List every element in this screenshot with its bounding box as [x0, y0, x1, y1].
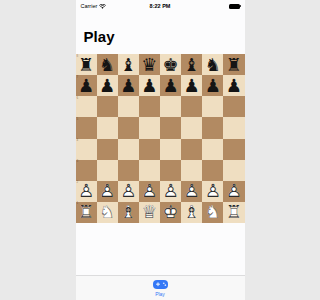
square-f1[interactable]: ♗	[181, 202, 202, 223]
piece-black-knight[interactable]: ♞	[99, 56, 115, 74]
piece-black-pawn[interactable]: ♟	[162, 77, 178, 95]
square-g2[interactable]: ♙	[202, 181, 223, 202]
square-d4[interactable]	[139, 139, 160, 160]
square-h2[interactable]: ♙	[223, 181, 244, 202]
square-e7[interactable]: ♟	[160, 75, 181, 96]
piece-black-pawn[interactable]: ♟	[120, 77, 136, 95]
app-screen: Carrier 8:22 PM Play 8♜♞♝♛♚♝♞♜7♟♟♟♟♟♟♟♟6…	[76, 0, 245, 300]
square-h5[interactable]	[223, 117, 244, 138]
piece-black-knight[interactable]: ♞	[205, 56, 221, 74]
square-d7[interactable]: ♟	[139, 75, 160, 96]
square-e4[interactable]	[160, 139, 181, 160]
square-d5[interactable]	[139, 117, 160, 138]
square-b6[interactable]	[97, 96, 118, 117]
square-f7[interactable]: ♟	[181, 75, 202, 96]
square-d6[interactable]	[139, 96, 160, 117]
chess-board: 8♜♞♝♛♚♝♞♜7♟♟♟♟♟♟♟♟65432♙♙♙♙♙♙♙♙1♖♘♗♕♔♗♘♖	[76, 54, 245, 223]
rank-coordinate: 5	[77, 118, 79, 121]
square-c2[interactable]: ♙	[118, 181, 139, 202]
square-c8[interactable]: ♝	[118, 54, 139, 75]
square-g6[interactable]	[202, 96, 223, 117]
wifi-icon	[99, 4, 106, 9]
square-c7[interactable]: ♟	[118, 75, 139, 96]
piece-white-pawn[interactable]: ♙	[99, 182, 115, 200]
square-f8[interactable]: ♝	[181, 54, 202, 75]
piece-white-pawn[interactable]: ♙	[120, 182, 136, 200]
piece-black-rook[interactable]: ♜	[78, 56, 94, 74]
square-f4[interactable]	[181, 139, 202, 160]
square-c4[interactable]	[118, 139, 139, 160]
piece-white-king[interactable]: ♔	[162, 203, 178, 221]
square-g4[interactable]	[202, 139, 223, 160]
square-d1[interactable]: ♕	[139, 202, 160, 223]
square-b2[interactable]: ♙	[97, 181, 118, 202]
piece-white-rook[interactable]: ♖	[78, 203, 94, 221]
piece-black-pawn[interactable]: ♟	[78, 77, 94, 95]
square-f5[interactable]	[181, 117, 202, 138]
square-d8[interactable]: ♛	[139, 54, 160, 75]
square-d3[interactable]	[139, 160, 160, 181]
square-e3[interactable]	[160, 160, 181, 181]
piece-white-pawn[interactable]: ♙	[205, 182, 221, 200]
square-e2[interactable]: ♙	[160, 181, 181, 202]
piece-black-pawn[interactable]: ♟	[99, 77, 115, 95]
piece-black-king[interactable]: ♚	[162, 56, 178, 74]
square-h7[interactable]: ♟	[223, 75, 244, 96]
piece-black-pawn[interactable]: ♟	[226, 77, 242, 95]
square-b8[interactable]: ♞	[97, 54, 118, 75]
square-a2[interactable]: 2♙	[76, 181, 97, 202]
piece-black-pawn[interactable]: ♟	[184, 77, 200, 95]
piece-white-knight[interactable]: ♘	[205, 203, 221, 221]
piece-white-rook[interactable]: ♖	[226, 203, 242, 221]
status-bar: Carrier 8:22 PM	[76, 0, 245, 12]
square-h6[interactable]	[223, 96, 244, 117]
tab-play-label: Play	[155, 291, 165, 297]
piece-white-bishop[interactable]: ♗	[184, 203, 200, 221]
piece-white-pawn[interactable]: ♙	[162, 182, 178, 200]
piece-black-rook[interactable]: ♜	[226, 56, 242, 74]
piece-white-bishop[interactable]: ♗	[120, 203, 136, 221]
carrier-label: Carrier	[81, 3, 98, 9]
square-h4[interactable]	[223, 139, 244, 160]
square-c1[interactable]: ♗	[118, 202, 139, 223]
rank-coordinate: 6	[77, 97, 79, 100]
square-b5[interactable]	[97, 117, 118, 138]
piece-black-queen[interactable]: ♛	[141, 56, 157, 74]
square-a7[interactable]: 7♟	[76, 75, 97, 96]
piece-black-pawn[interactable]: ♟	[205, 77, 221, 95]
rank-coordinate: 3	[77, 160, 79, 163]
gamepad-icon	[153, 279, 168, 290]
page-title: Play	[84, 28, 115, 45]
square-a3[interactable]: 3	[76, 160, 97, 181]
piece-black-bishop[interactable]: ♝	[184, 56, 200, 74]
battery-icon	[229, 4, 240, 9]
piece-white-pawn[interactable]: ♙	[184, 182, 200, 200]
piece-white-pawn[interactable]: ♙	[226, 182, 242, 200]
square-f2[interactable]: ♙	[181, 181, 202, 202]
piece-black-bishop[interactable]: ♝	[120, 56, 136, 74]
square-c3[interactable]	[118, 160, 139, 181]
square-a4[interactable]: 4	[76, 139, 97, 160]
square-a8[interactable]: 8♜	[76, 54, 97, 75]
square-d2[interactable]: ♙	[139, 181, 160, 202]
square-g5[interactable]	[202, 117, 223, 138]
square-h1[interactable]: ♖	[223, 202, 244, 223]
rank-coordinate: 4	[77, 139, 79, 142]
square-f3[interactable]	[181, 160, 202, 181]
piece-white-knight[interactable]: ♘	[99, 203, 115, 221]
square-f6[interactable]	[181, 96, 202, 117]
piece-white-pawn[interactable]: ♙	[141, 182, 157, 200]
square-b3[interactable]	[97, 160, 118, 181]
square-b1[interactable]: ♘	[97, 202, 118, 223]
square-g7[interactable]: ♟	[202, 75, 223, 96]
carrier-group: Carrier	[81, 3, 107, 9]
square-a5[interactable]: 5	[76, 117, 97, 138]
piece-black-pawn[interactable]: ♟	[141, 77, 157, 95]
square-g1[interactable]: ♘	[202, 202, 223, 223]
square-c5[interactable]	[118, 117, 139, 138]
square-a1[interactable]: 1♖	[76, 202, 97, 223]
square-a6[interactable]: 6	[76, 96, 97, 117]
square-g8[interactable]: ♞	[202, 54, 223, 75]
tab-play[interactable]: Play	[153, 276, 168, 297]
square-b7[interactable]: ♟	[97, 75, 118, 96]
square-g3[interactable]	[202, 160, 223, 181]
square-e8[interactable]: ♚	[160, 54, 181, 75]
square-b4[interactable]	[97, 139, 118, 160]
piece-white-pawn[interactable]: ♙	[78, 182, 94, 200]
square-c6[interactable]	[118, 96, 139, 117]
square-e6[interactable]	[160, 96, 181, 117]
piece-white-queen[interactable]: ♕	[141, 203, 157, 221]
square-e1[interactable]: ♔	[160, 202, 181, 223]
tab-bar: Play	[76, 276, 245, 300]
square-h3[interactable]	[223, 160, 244, 181]
square-e5[interactable]	[160, 117, 181, 138]
square-h8[interactable]: ♜	[223, 54, 244, 75]
